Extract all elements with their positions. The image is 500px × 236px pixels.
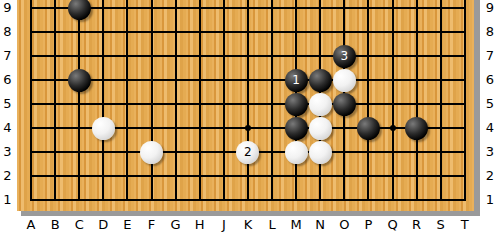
column-label-o: O <box>334 217 355 233</box>
board-shadow-right <box>474 0 480 216</box>
grid-line-horizontal <box>30 199 466 201</box>
go-stone-m3[interactable] <box>285 141 308 164</box>
row-label-right-4: 4 <box>482 120 499 136</box>
go-stone-f3[interactable] <box>140 141 163 164</box>
column-label-h: H <box>189 217 210 233</box>
go-stone-m6[interactable]: 1 <box>285 69 308 92</box>
row-label-left-3: 3 <box>0 144 15 160</box>
move-number-label: 1 <box>292 74 300 86</box>
column-label-l: L <box>262 217 283 233</box>
go-stone-k3[interactable]: 2 <box>236 141 259 164</box>
row-label-left-1: 1 <box>0 192 15 208</box>
go-stone-o6[interactable] <box>333 69 356 92</box>
go-diagram: 213 987654321987654321ABCDEFGHJKLMNOPQRS… <box>0 0 500 236</box>
column-label-a: A <box>21 217 42 233</box>
row-label-left-9: 9 <box>0 0 15 16</box>
column-label-t: T <box>454 217 475 233</box>
go-stone-m4[interactable] <box>285 117 308 140</box>
go-stone-p4[interactable] <box>357 117 380 140</box>
column-label-e: E <box>117 217 138 233</box>
go-stone-d4[interactable] <box>92 117 115 140</box>
go-stone-m5[interactable] <box>285 93 308 116</box>
go-stone-n5[interactable] <box>309 93 332 116</box>
column-label-j: J <box>213 217 234 233</box>
move-number-label: 3 <box>340 50 348 62</box>
column-label-f: F <box>141 217 162 233</box>
go-stone-n4[interactable] <box>309 117 332 140</box>
go-stone-n3[interactable] <box>309 141 332 164</box>
column-label-q: Q <box>382 217 403 233</box>
row-label-left-6: 6 <box>0 72 15 88</box>
column-label-p: P <box>358 217 379 233</box>
board-shadow-bottom <box>21 211 480 216</box>
grid-line-horizontal <box>30 55 466 57</box>
column-label-m: M <box>286 217 307 233</box>
row-label-left-8: 8 <box>0 24 15 40</box>
grid-line-horizontal <box>30 103 466 105</box>
grid-line-horizontal <box>30 31 466 33</box>
move-number-label: 2 <box>244 146 252 158</box>
row-label-left-2: 2 <box>0 168 15 184</box>
column-label-n: N <box>310 217 331 233</box>
go-stone-c9[interactable] <box>68 0 91 20</box>
column-label-s: S <box>430 217 451 233</box>
row-label-right-2: 2 <box>482 168 499 184</box>
column-label-b: B <box>45 217 66 233</box>
go-board[interactable]: 213 <box>17 0 474 211</box>
row-label-right-7: 7 <box>482 48 499 64</box>
go-stone-c6[interactable] <box>68 69 91 92</box>
row-label-left-4: 4 <box>0 120 15 136</box>
column-label-k: K <box>237 217 258 233</box>
go-stone-r4[interactable] <box>405 117 428 140</box>
column-label-g: G <box>165 217 186 233</box>
row-label-left-7: 7 <box>0 48 15 64</box>
row-label-right-9: 9 <box>482 0 499 16</box>
row-label-left-5: 5 <box>0 96 15 112</box>
row-label-right-5: 5 <box>482 96 499 112</box>
column-label-c: C <box>69 217 90 233</box>
grid-line-horizontal <box>30 175 466 177</box>
row-label-right-6: 6 <box>482 72 499 88</box>
row-label-right-3: 3 <box>482 144 499 160</box>
go-stone-o5[interactable] <box>333 93 356 116</box>
hoshi-star-point <box>245 125 251 131</box>
grid-line-horizontal <box>30 7 466 9</box>
column-label-d: D <box>93 217 114 233</box>
row-label-right-8: 8 <box>482 24 499 40</box>
row-label-right-1: 1 <box>482 192 499 208</box>
go-stone-n6[interactable] <box>309 69 332 92</box>
column-label-r: R <box>406 217 427 233</box>
go-stone-o7[interactable]: 3 <box>333 45 356 68</box>
hoshi-star-point <box>390 125 396 131</box>
grid-line-horizontal <box>30 79 466 81</box>
